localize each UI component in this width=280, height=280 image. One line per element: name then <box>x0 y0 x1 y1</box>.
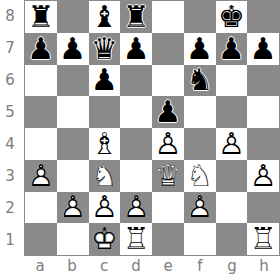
chess-diagram: 87654321 ♜♝♜♚♟︎♟︎♛♟︎♟︎♟︎♟︎♟︎♞♟︎♝♗♟︎♙♟︎♙♟… <box>0 0 280 280</box>
piece-fill-glyph: ♟︎ <box>218 129 245 159</box>
square-b3[interactable] <box>57 160 89 192</box>
white-pawn-e4[interactable]: ♟︎♙ <box>152 128 184 160</box>
white-bishop-c4[interactable]: ♝♗ <box>89 128 121 160</box>
rank-label-3: 3 <box>0 160 20 192</box>
piece-glyph: ♝ <box>91 2 118 32</box>
square-h4[interactable] <box>247 128 279 160</box>
piece-glyph: ♟︎ <box>91 65 118 95</box>
square-a1[interactable] <box>25 223 57 255</box>
square-e7[interactable] <box>152 33 184 65</box>
square-c1[interactable]: ♚♔ <box>89 223 121 255</box>
piece-outline-glyph: ♙ <box>186 192 213 222</box>
square-c2[interactable]: ♟︎♙ <box>89 192 121 224</box>
piece-glyph: ♞ <box>186 65 213 95</box>
square-g7[interactable]: ♟︎ <box>216 33 248 65</box>
square-g3[interactable] <box>216 160 248 192</box>
piece-outline-glyph: ♖ <box>250 224 277 254</box>
piece-glyph: ♟︎ <box>250 34 277 64</box>
square-d5[interactable] <box>120 96 152 128</box>
rank-label-7: 7 <box>0 32 20 64</box>
piece-glyph: ♟︎ <box>59 34 86 64</box>
piece-glyph: ♟︎ <box>123 34 150 64</box>
file-label-g: g <box>216 256 248 280</box>
piece-fill-glyph: ♞ <box>186 161 213 191</box>
piece-glyph: ♚ <box>218 2 245 32</box>
square-b5[interactable] <box>57 96 89 128</box>
file-label-a: a <box>24 256 56 280</box>
square-b1[interactable] <box>57 223 89 255</box>
square-e2[interactable] <box>152 192 184 224</box>
square-g6[interactable] <box>216 65 248 97</box>
square-b2[interactable]: ♟︎♙ <box>57 192 89 224</box>
piece-outline-glyph: ♙ <box>218 129 245 159</box>
piece-glyph: ♜ <box>27 2 54 32</box>
rank-label-1: 1 <box>0 224 20 256</box>
piece-outline-glyph: ♙ <box>91 192 118 222</box>
black-rook-d8[interactable]: ♜ <box>120 1 152 33</box>
white-pawn-g4[interactable]: ♟︎♙ <box>216 128 248 160</box>
white-queen-e3[interactable]: ♛♕ <box>152 160 184 192</box>
white-knight-f3[interactable]: ♞♘ <box>184 160 216 192</box>
square-g1[interactable] <box>216 223 248 255</box>
square-e5[interactable]: ♟︎ <box>152 96 184 128</box>
black-pawn-e5[interactable]: ♟︎ <box>152 96 184 128</box>
square-d8[interactable]: ♜ <box>120 1 152 33</box>
piece-fill-glyph: ♝ <box>91 129 118 159</box>
piece-outline-glyph: ♙ <box>27 161 54 191</box>
square-f5[interactable] <box>184 96 216 128</box>
white-pawn-c2[interactable]: ♟︎♙ <box>89 192 121 224</box>
piece-outline-glyph: ♘ <box>91 161 118 191</box>
white-king-c1[interactable]: ♚♔ <box>89 223 121 255</box>
piece-fill-glyph: ♛ <box>154 161 181 191</box>
piece-outline-glyph: ♗ <box>91 129 118 159</box>
square-g4[interactable]: ♟︎♙ <box>216 128 248 160</box>
black-knight-f6[interactable]: ♞ <box>184 65 216 97</box>
square-f7[interactable]: ♟︎ <box>184 33 216 65</box>
square-a7[interactable]: ♟︎ <box>25 33 57 65</box>
square-b8[interactable] <box>57 1 89 33</box>
file-label-e: e <box>152 256 184 280</box>
white-pawn-b2[interactable]: ♟︎♙ <box>57 192 89 224</box>
rank-labels: 87654321 <box>0 0 24 256</box>
square-d3[interactable] <box>120 160 152 192</box>
rank-label-4: 4 <box>0 128 20 160</box>
black-pawn-a7[interactable]: ♟︎ <box>25 33 57 65</box>
piece-glyph: ♛ <box>91 34 118 64</box>
piece-fill-glyph: ♟︎ <box>123 192 150 222</box>
square-b4[interactable] <box>57 128 89 160</box>
piece-outline-glyph: ♔ <box>91 224 118 254</box>
piece-glyph: ♟︎ <box>218 34 245 64</box>
square-c3[interactable]: ♞♘ <box>89 160 121 192</box>
black-pawn-b7[interactable]: ♟︎ <box>57 33 89 65</box>
square-e6[interactable] <box>152 65 184 97</box>
square-c6[interactable]: ♟︎ <box>89 65 121 97</box>
square-a6[interactable] <box>25 65 57 97</box>
piece-outline-glyph: ♙ <box>250 161 277 191</box>
square-e4[interactable]: ♟︎♙ <box>152 128 184 160</box>
white-rook-h1[interactable]: ♜♖ <box>247 223 279 255</box>
black-pawn-d7[interactable]: ♟︎ <box>120 33 152 65</box>
square-f1[interactable] <box>184 223 216 255</box>
file-label-f: f <box>184 256 216 280</box>
black-rook-a8[interactable]: ♜ <box>25 1 57 33</box>
chess-board: ♜♝♜♚♟︎♟︎♛♟︎♟︎♟︎♟︎♟︎♞♟︎♝♗♟︎♙♟︎♙♟︎♙♞♘♛♕♞♘♟… <box>24 0 280 256</box>
square-a4[interactable] <box>25 128 57 160</box>
piece-outline-glyph: ♙ <box>154 129 181 159</box>
piece-outline-glyph: ♘ <box>186 161 213 191</box>
black-pawn-h7[interactable]: ♟︎ <box>247 33 279 65</box>
square-d4[interactable] <box>120 128 152 160</box>
rank-label-8: 8 <box>0 0 20 32</box>
square-h1[interactable]: ♜♖ <box>247 223 279 255</box>
black-pawn-f7[interactable]: ♟︎ <box>184 33 216 65</box>
piece-fill-glyph: ♜ <box>123 224 150 254</box>
square-d6[interactable] <box>120 65 152 97</box>
piece-fill-glyph: ♜ <box>250 224 277 254</box>
piece-fill-glyph: ♟︎ <box>186 192 213 222</box>
square-g2[interactable] <box>216 192 248 224</box>
square-e3[interactable]: ♛♕ <box>152 160 184 192</box>
square-h2[interactable] <box>247 192 279 224</box>
rank-label-5: 5 <box>0 96 20 128</box>
piece-fill-glyph: ♟︎ <box>59 192 86 222</box>
piece-outline-glyph: ♙ <box>123 192 150 222</box>
square-h8[interactable] <box>247 1 279 33</box>
piece-fill-glyph: ♟︎ <box>27 161 54 191</box>
file-label-h: h <box>248 256 280 280</box>
square-f4[interactable] <box>184 128 216 160</box>
square-d7[interactable]: ♟︎ <box>120 33 152 65</box>
piece-fill-glyph: ♟︎ <box>250 161 277 191</box>
white-pawn-a3[interactable]: ♟︎♙ <box>25 160 57 192</box>
square-h6[interactable] <box>247 65 279 97</box>
piece-fill-glyph: ♟︎ <box>154 129 181 159</box>
square-h5[interactable] <box>247 96 279 128</box>
square-h3[interactable]: ♟︎♙ <box>247 160 279 192</box>
black-king-g8[interactable]: ♚ <box>216 1 248 33</box>
black-queen-c7[interactable]: ♛ <box>89 33 121 65</box>
square-a8[interactable]: ♜ <box>25 1 57 33</box>
piece-fill-glyph: ♟︎ <box>91 192 118 222</box>
black-pawn-g7[interactable]: ♟︎ <box>216 33 248 65</box>
piece-glyph: ♜ <box>123 2 150 32</box>
square-a5[interactable] <box>25 96 57 128</box>
white-pawn-d2[interactable]: ♟︎♙ <box>120 192 152 224</box>
square-d1[interactable]: ♜♖ <box>120 223 152 255</box>
square-g8[interactable]: ♚ <box>216 1 248 33</box>
file-labels: abcdefgh <box>24 256 280 280</box>
rank-label-2: 2 <box>0 192 20 224</box>
square-f6[interactable]: ♞ <box>184 65 216 97</box>
square-b7[interactable]: ♟︎ <box>57 33 89 65</box>
black-bishop-c8[interactable]: ♝ <box>89 1 121 33</box>
rank-label-6: 6 <box>0 64 20 96</box>
square-a2[interactable] <box>25 192 57 224</box>
square-c5[interactable] <box>89 96 121 128</box>
square-c4[interactable]: ♝♗ <box>89 128 121 160</box>
black-pawn-c6[interactable]: ♟︎ <box>89 65 121 97</box>
square-b6[interactable] <box>57 65 89 97</box>
file-label-c: c <box>88 256 120 280</box>
white-rook-d1[interactable]: ♜♖ <box>120 223 152 255</box>
square-c7[interactable]: ♛ <box>89 33 121 65</box>
square-a3[interactable]: ♟︎♙ <box>25 160 57 192</box>
piece-fill-glyph: ♚ <box>91 224 118 254</box>
square-e1[interactable] <box>152 223 184 255</box>
white-pawn-f2[interactable]: ♟︎♙ <box>184 192 216 224</box>
square-f8[interactable] <box>184 1 216 33</box>
square-d2[interactable]: ♟︎♙ <box>120 192 152 224</box>
square-g5[interactable] <box>216 96 248 128</box>
piece-glyph: ♟︎ <box>27 34 54 64</box>
file-label-b: b <box>56 256 88 280</box>
square-c8[interactable]: ♝ <box>89 1 121 33</box>
square-f3[interactable]: ♞♘ <box>184 160 216 192</box>
piece-outline-glyph: ♕ <box>154 161 181 191</box>
white-knight-c3[interactable]: ♞♘ <box>89 160 121 192</box>
file-label-d: d <box>120 256 152 280</box>
white-pawn-h3[interactable]: ♟︎♙ <box>247 160 279 192</box>
square-e8[interactable] <box>152 1 184 33</box>
piece-fill-glyph: ♞ <box>91 161 118 191</box>
piece-outline-glyph: ♖ <box>123 224 150 254</box>
piece-glyph: ♟︎ <box>186 34 213 64</box>
piece-outline-glyph: ♙ <box>59 192 86 222</box>
square-h7[interactable]: ♟︎ <box>247 33 279 65</box>
square-f2[interactable]: ♟︎♙ <box>184 192 216 224</box>
piece-glyph: ♟︎ <box>154 97 181 127</box>
